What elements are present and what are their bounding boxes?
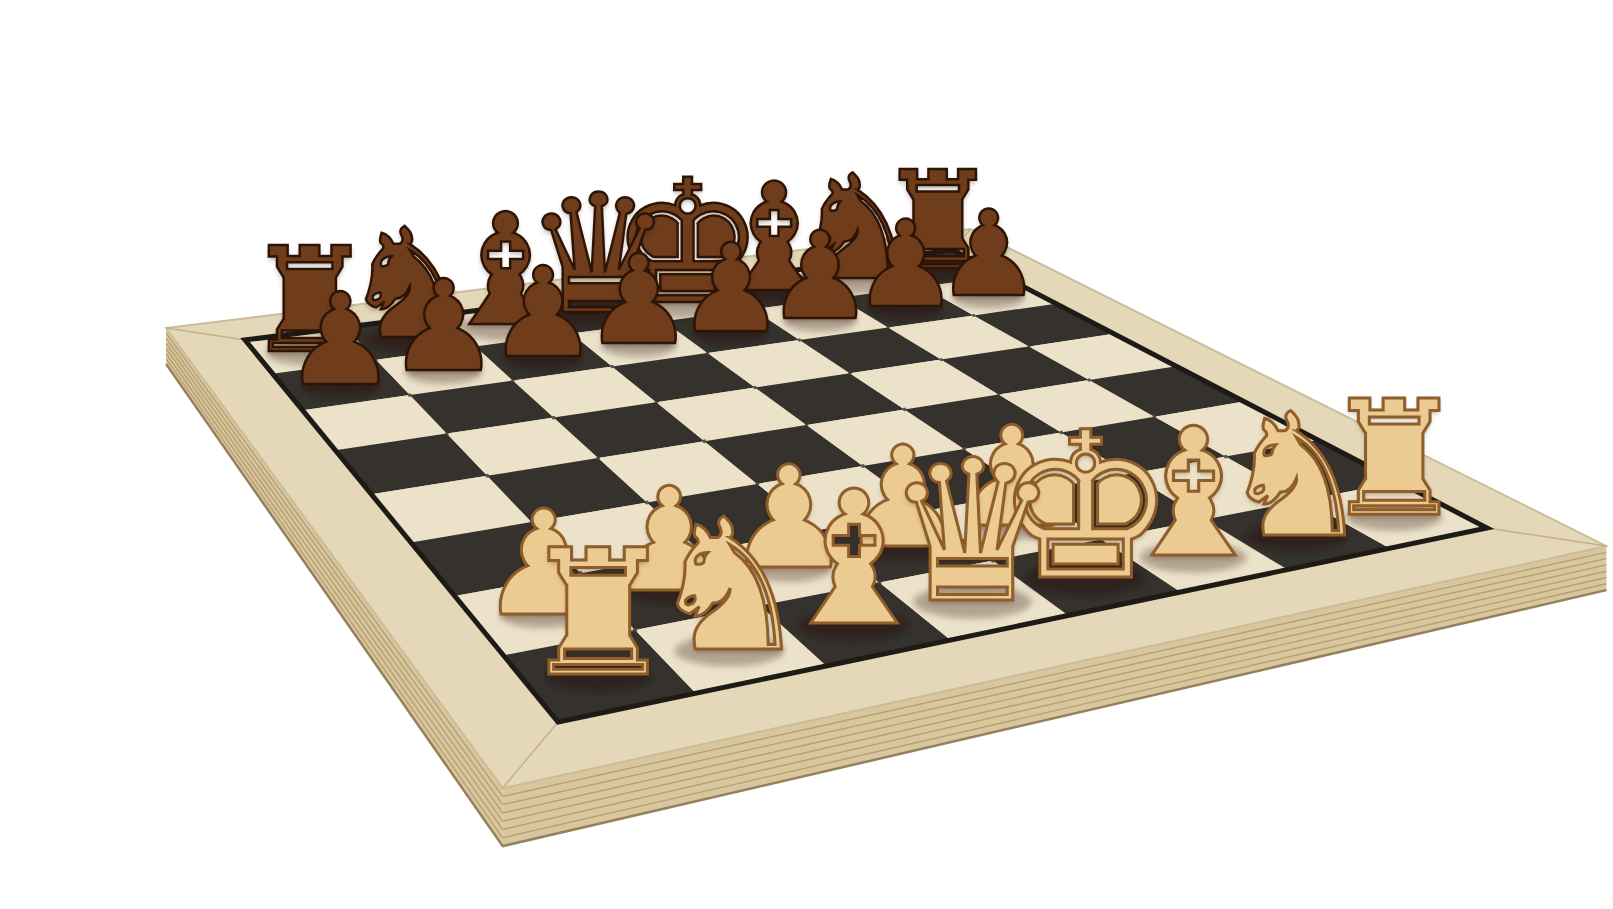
black-pawn-b7[interactable]: ♟ xyxy=(387,264,500,390)
corner-dot xyxy=(805,423,809,427)
black-pawn-c7[interactable]: ♟ xyxy=(487,252,599,377)
chess-scene: ♜♞♝♟♚♟♛♟♝♟♞♟♜♟♟♟♜♟♞♟♝♟♚♟♛♟♝♞♜ xyxy=(0,0,1613,909)
corner-dot xyxy=(1087,378,1091,382)
white-rook-a1[interactable]: ♜ xyxy=(520,527,677,702)
corner-dot xyxy=(848,372,852,376)
corner-dot xyxy=(1027,345,1030,348)
corner-dot xyxy=(753,386,757,390)
corner-dot xyxy=(552,416,556,420)
corner-dot xyxy=(485,474,489,478)
black-pawn-a7[interactable]: ♟ xyxy=(283,277,397,404)
black-pawn-d7[interactable]: ♟ xyxy=(583,240,694,363)
corner-dot xyxy=(445,432,449,436)
corner-dot xyxy=(939,358,942,361)
corner-dot xyxy=(903,408,907,412)
corner-dot xyxy=(596,456,600,460)
corner-dot xyxy=(703,439,707,443)
corner-dot xyxy=(654,400,658,404)
